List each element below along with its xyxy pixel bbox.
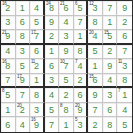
cell-digit: 9 <box>63 47 68 56</box>
cell-r2c8[interactable]: 1 <box>103 16 118 31</box>
cell-r6c2[interactable]: 179 <box>16 74 31 89</box>
cell-digit: 8 <box>63 106 68 115</box>
cell-r8c8[interactable]: 6 <box>103 103 118 118</box>
cell-digit: 3 <box>34 106 39 115</box>
cell-r7c7[interactable]: 9 <box>88 88 103 103</box>
cell-digit: 5 <box>34 18 39 27</box>
cell-r7c1[interactable]: 85 <box>1 88 16 103</box>
cell-r1c5[interactable]: 216 <box>59 1 74 16</box>
cell-digit: 9 <box>122 4 127 13</box>
cell-r9c5[interactable]: 1 <box>59 117 74 132</box>
cell-r9c1[interactable]: 6 <box>1 117 16 132</box>
cell-digit: 6 <box>5 121 10 130</box>
cell-r4c8[interactable]: 2 <box>103 45 118 60</box>
cage-sum-label: 7 <box>75 59 77 64</box>
cell-digit: 6 <box>78 91 83 100</box>
cell-r6c5[interactable]: 5 <box>59 74 74 89</box>
cell-digit: 7 <box>93 106 98 115</box>
cell-digit: 4 <box>49 91 54 100</box>
cell-digit: 4 <box>5 47 10 56</box>
cell-r9c2[interactable]: 4 <box>16 117 31 132</box>
cage-sum-label: 16 <box>2 1 6 6</box>
cell-digit: 3 <box>5 18 10 27</box>
cell-digit: 4 <box>122 106 127 115</box>
cell-digit: 4 <box>63 18 68 27</box>
cell-r3c6[interactable]: 1 <box>74 30 89 45</box>
cell-digit: 6 <box>49 62 54 71</box>
cell-r6c9[interactable]: 8 <box>117 74 132 89</box>
sudoku-board: 1621424821665123793659478122198177231204… <box>0 0 133 133</box>
cell-r1c3[interactable]: 4 <box>30 1 45 16</box>
cell-digit: 4 <box>107 76 112 85</box>
cell-r3c4[interactable]: 2 <box>45 30 60 45</box>
cell-digit: 5 <box>5 91 10 100</box>
cell-digit: 5 <box>93 47 98 56</box>
cell-digit: 4 <box>34 4 39 13</box>
cell-r4c9[interactable]: 7 <box>117 45 132 60</box>
cell-r5c5[interactable]: 107 <box>59 59 74 74</box>
cell-digit: 5 <box>63 76 68 85</box>
cage-sum-label: 10 <box>60 59 64 64</box>
cage-sum-label: 16 <box>2 59 6 64</box>
cell-r1c1[interactable]: 162 <box>1 1 16 16</box>
cell-r2c4[interactable]: 9 <box>45 16 60 31</box>
cell-r4c3[interactable]: 6 <box>30 45 45 60</box>
cage-sum-label: 21 <box>60 1 64 6</box>
cell-r4c4[interactable]: 1 <box>45 45 60 60</box>
cell-digit: 1 <box>34 76 39 85</box>
cell-digit: 1 <box>5 106 10 115</box>
cell-r3c5[interactable]: 3 <box>59 30 74 45</box>
cell-r9c8[interactable]: 8 <box>103 117 118 132</box>
cage-sum-label: 17 <box>17 74 21 79</box>
cell-digit: 6 <box>122 32 127 41</box>
cell-r8c2[interactable]: 202 <box>16 103 31 118</box>
cell-digit: 2 <box>49 32 54 41</box>
cage-sum-label: 17 <box>31 30 35 35</box>
cell-r1c4[interactable]: 248 <box>45 1 60 16</box>
cell-digit: 3 <box>78 121 83 130</box>
cage-sum-label: 11 <box>31 59 35 64</box>
cage-sum-label: 24 <box>46 1 50 6</box>
cell-digit: 6 <box>20 18 25 27</box>
cell-digit: 1 <box>107 18 112 27</box>
cell-digit: 9 <box>93 91 98 100</box>
cell-r7c6[interactable]: 6 <box>74 88 89 103</box>
cell-digit: 8 <box>34 91 39 100</box>
cage-sum-label: 16 <box>31 117 35 122</box>
cell-r2c1[interactable]: 3 <box>1 16 16 31</box>
cell-r6c4[interactable]: 3 <box>45 74 60 89</box>
cell-digit: 5 <box>122 121 127 130</box>
cell-r8c4[interactable]: 5 <box>45 103 60 118</box>
cell-digit: 2 <box>93 121 98 130</box>
cell-r8c7[interactable]: 7 <box>88 103 103 118</box>
cell-r2c6[interactable]: 7 <box>74 16 89 31</box>
cell-r2c3[interactable]: 5 <box>30 16 45 31</box>
cell-digit: 1 <box>49 47 54 56</box>
cell-digit: 7 <box>107 4 112 13</box>
cage-sum-label: 8 <box>60 103 62 108</box>
cell-r5c4[interactable]: 6 <box>45 59 60 74</box>
cell-r7c2[interactable]: 7 <box>16 88 31 103</box>
cell-r1c6[interactable]: 65 <box>74 1 89 16</box>
cell-r9c7[interactable]: 2 <box>88 117 103 132</box>
cell-r5c1[interactable]: 168 <box>1 59 16 74</box>
cell-r8c9[interactable]: 4 <box>117 103 132 118</box>
cell-digit: 1 <box>78 32 83 41</box>
cage-sum-label: 15 <box>89 74 93 79</box>
cage-sum-label: 20 <box>75 103 79 108</box>
cell-r7c3[interactable]: 8 <box>30 88 45 103</box>
cell-r5c6[interactable]: 74 <box>74 59 89 74</box>
cell-digit: 6 <box>34 47 39 56</box>
cage-sum-label: 11 <box>118 59 122 64</box>
cell-r8c5[interactable]: 88 <box>59 103 74 118</box>
cell-r3c7[interactable]: 204 <box>88 30 103 45</box>
cell-digit: 7 <box>122 47 127 56</box>
cell-digit: 7 <box>20 91 25 100</box>
cell-r5c2[interactable]: 5 <box>16 59 31 74</box>
cell-r3c1[interactable]: 219 <box>1 30 16 45</box>
cell-r6c3[interactable]: 1 <box>30 74 45 89</box>
cage-sum-label: 21 <box>2 30 6 35</box>
cell-r3c2[interactable]: 8 <box>16 30 31 45</box>
cell-r4c5[interactable]: 9 <box>59 45 74 60</box>
cell-r2c9[interactable]: 2 <box>117 16 132 31</box>
cell-digit: 3 <box>107 91 112 100</box>
cell-digit: 1 <box>93 62 98 71</box>
cell-r5c8[interactable]: 9 <box>103 59 118 74</box>
cell-r2c5[interactable]: 4 <box>59 16 74 31</box>
cell-r7c5[interactable]: 2 <box>59 88 74 103</box>
cage-sum-label: 15 <box>104 30 108 35</box>
cell-r6c1[interactable]: 7 <box>1 74 16 89</box>
cell-r7c4[interactable]: 4 <box>45 88 60 103</box>
cell-r9c4[interactable]: 7 <box>45 117 60 132</box>
cell-r1c9[interactable]: 9 <box>117 1 132 16</box>
cell-r4c7[interactable]: 5 <box>88 45 103 60</box>
cell-r9c3[interactable]: 169 <box>30 117 45 132</box>
cell-digit: 4 <box>78 62 83 71</box>
cell-r3c9[interactable]: 6 <box>117 30 132 45</box>
cell-digit: 2 <box>78 76 83 85</box>
cage-sum-label: 8 <box>2 88 4 93</box>
cell-digit: 7 <box>78 18 83 27</box>
cell-digit: 5 <box>78 4 83 13</box>
cell-digit: 7 <box>49 121 54 130</box>
cell-digit: 3 <box>63 32 68 41</box>
cell-r1c7[interactable]: 123 <box>88 1 103 16</box>
cell-digit: 7 <box>5 76 10 85</box>
cell-digit: 4 <box>20 121 25 130</box>
cell-r8c6[interactable]: 209 <box>74 103 89 118</box>
cell-digit: 9 <box>49 18 54 27</box>
cell-r8c3[interactable]: 3 <box>30 103 45 118</box>
cell-digit: 2 <box>122 18 127 27</box>
cell-r7c8[interactable]: 3 <box>103 88 118 103</box>
cell-digit: 1 <box>122 91 127 100</box>
cell-digit: 5 <box>49 106 54 115</box>
cell-digit: 6 <box>107 106 112 115</box>
cell-digit: 9 <box>34 121 39 130</box>
cell-digit: 2 <box>107 47 112 56</box>
cell-digit: 3 <box>20 47 25 56</box>
cell-digit: 1 <box>63 121 68 130</box>
cage-sum-label: 6 <box>75 1 77 6</box>
cell-r5c7[interactable]: 1 <box>88 59 103 74</box>
cell-r2c7[interactable]: 8 <box>88 16 103 31</box>
cell-digit: 1 <box>20 4 25 13</box>
cell-digit: 5 <box>20 62 25 71</box>
cell-r5c9[interactable]: 113 <box>117 59 132 74</box>
cell-r9c9[interactable]: 5 <box>117 117 132 132</box>
cell-digit: 3 <box>49 76 54 85</box>
cell-r4c2[interactable]: 3 <box>16 45 31 60</box>
cell-r6c7[interactable]: 156 <box>88 74 103 89</box>
cage-sum-label: 7 <box>118 88 120 93</box>
cell-r3c8[interactable]: 155 <box>103 30 118 45</box>
cell-digit: 2 <box>63 91 68 100</box>
cell-digit: 9 <box>107 62 112 71</box>
cell-digit: 8 <box>122 76 127 85</box>
cell-digit: 8 <box>20 32 25 41</box>
cell-digit: 8 <box>93 18 98 27</box>
cell-digit: 8 <box>107 121 112 130</box>
cell-r8c1[interactable]: 1 <box>1 103 16 118</box>
cell-r7c9[interactable]: 71 <box>117 88 132 103</box>
cage-sum-label: 20 <box>89 30 93 35</box>
cell-digit: 8 <box>78 47 83 56</box>
cell-r4c6[interactable]: 8 <box>74 45 89 60</box>
cage-sum-label: 12 <box>89 1 93 6</box>
cage-sum-label: 5 <box>75 117 77 122</box>
cell-digit: 3 <box>122 62 127 71</box>
cell-r3c3[interactable]: 177 <box>30 30 45 45</box>
cage-sum-label: 20 <box>17 103 21 108</box>
cell-r9c6[interactable]: 53 <box>74 117 89 132</box>
cell-r2c2[interactable]: 6 <box>16 16 31 31</box>
cell-r6c6[interactable]: 2 <box>74 74 89 89</box>
cell-r1c8[interactable]: 7 <box>103 1 118 16</box>
cell-r1c2[interactable]: 1 <box>16 1 31 16</box>
cell-r5c3[interactable]: 112 <box>30 59 45 74</box>
cell-r6c8[interactable]: 4 <box>103 74 118 89</box>
cell-r4c1[interactable]: 4 <box>1 45 16 60</box>
